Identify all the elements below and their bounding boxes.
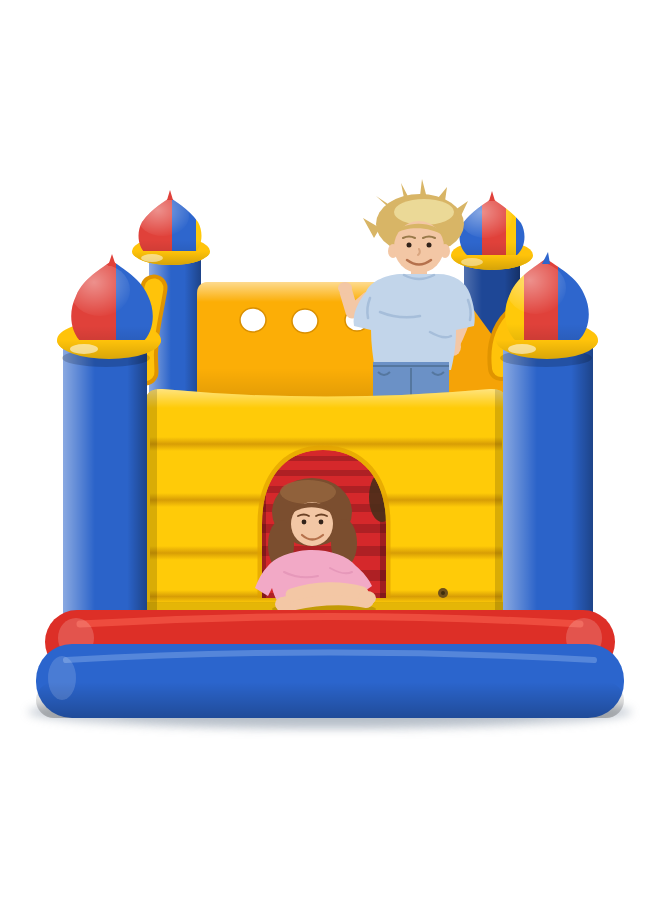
porthole-window [292,309,318,333]
girl-eye [319,520,324,525]
shading-overlay [36,682,624,718]
shading-overlay [111,348,147,614]
girl-hand [275,597,291,611]
boy-eye [427,243,432,248]
girl-forearm-upper [292,589,362,595]
air-valve-center [441,591,445,595]
boy-left-hand [338,282,352,294]
girl-hand [358,591,376,605]
tower-front-right [496,252,598,614]
shading-overlay [461,258,483,266]
product-image [0,0,660,900]
shading-overlay [70,344,98,354]
girl-eye [302,520,307,525]
shading-overlay [48,656,76,700]
boy-eye [407,243,412,248]
shading-overlay [141,254,163,262]
shading-overlay [171,250,201,402]
girl-hair-highlight [280,480,336,504]
base-blue-tube [36,644,624,718]
shading-overlay [553,348,593,614]
shading-overlay [508,344,536,354]
boy-hair-highlight [394,199,454,225]
bouncy-castle-illustration [0,0,660,900]
shading-overlay [63,348,95,614]
porthole-window [240,308,266,332]
shading-overlay [503,348,537,614]
tower-front-left [57,254,161,614]
